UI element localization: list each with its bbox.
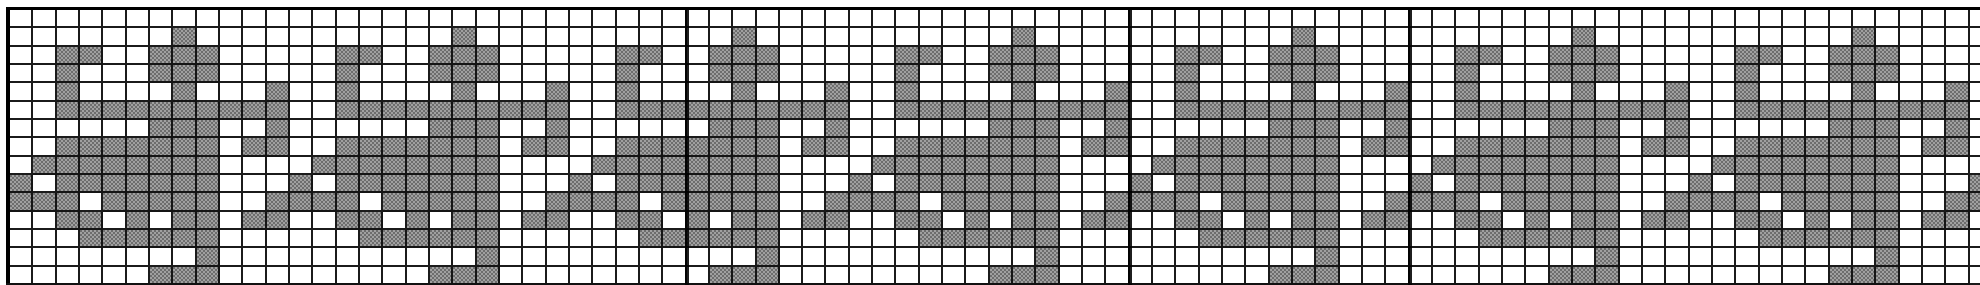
- grid-cell: [337, 230, 360, 248]
- filled-cell: [943, 175, 966, 193]
- filled-cell: [1923, 212, 1946, 230]
- filled-cell: [1550, 157, 1573, 175]
- filled-cell: [1083, 212, 1106, 230]
- grid-cell: [500, 157, 523, 175]
- filled-cell: [1270, 230, 1293, 248]
- grid-cell: [1923, 157, 1946, 175]
- grid-cell: [1550, 10, 1573, 28]
- grid-cell: [1690, 47, 1713, 65]
- filled-cell: [1596, 248, 1619, 266]
- filled-cell: [920, 212, 943, 230]
- filled-cell: [920, 175, 943, 193]
- filled-cell: [710, 102, 733, 120]
- filled-cell: [687, 157, 710, 175]
- grid-cell: [1876, 10, 1899, 28]
- grid-cell: [337, 28, 360, 46]
- grid-cell: [173, 248, 196, 266]
- filled-cell: [33, 157, 56, 175]
- grid-cell: [290, 28, 313, 46]
- grid-cell: [1200, 193, 1223, 211]
- filled-cell: [943, 102, 966, 120]
- filled-cell: [1853, 212, 1876, 230]
- grid-cell: [1783, 120, 1806, 138]
- filled-cell: [1783, 193, 1806, 211]
- filled-cell: [920, 47, 943, 65]
- grid-cell: [990, 212, 1013, 230]
- filled-cell: [80, 175, 103, 193]
- grid-cell: [1340, 138, 1363, 156]
- filled-cell: [1480, 230, 1503, 248]
- filled-cell: [1596, 138, 1619, 156]
- filled-cell: [1573, 193, 1596, 211]
- filled-cell: [990, 157, 1013, 175]
- grid-cell: [1456, 230, 1479, 248]
- grid-cell: [1620, 248, 1643, 266]
- grid-cell: [1410, 10, 1433, 28]
- filled-cell: [127, 193, 150, 211]
- grid-cell: [407, 47, 430, 65]
- grid-cell: [873, 248, 896, 266]
- grid-cell: [593, 230, 616, 248]
- filled-cell: [1363, 212, 1386, 230]
- filled-cell: [173, 230, 196, 248]
- grid-cell: [1083, 120, 1106, 138]
- filled-cell: [1456, 138, 1479, 156]
- filled-cell: [1456, 47, 1479, 65]
- filled-cell: [1130, 175, 1153, 193]
- filled-cell: [1316, 65, 1339, 83]
- grid-cell: [663, 248, 686, 266]
- filled-cell: [1316, 102, 1339, 120]
- filled-cell: [430, 120, 453, 138]
- grid-cell: [290, 230, 313, 248]
- filled-cell: [1526, 102, 1549, 120]
- grid-cell: [1620, 157, 1643, 175]
- grid-cell: [477, 10, 500, 28]
- filled-cell: [407, 175, 430, 193]
- filled-cell: [477, 248, 500, 266]
- filled-cell: [453, 65, 476, 83]
- grid-cell: [1386, 47, 1409, 65]
- filled-cell: [1573, 175, 1596, 193]
- filled-cell: [477, 47, 500, 65]
- filled-cell: [57, 212, 80, 230]
- filled-cell: [1503, 175, 1526, 193]
- filled-cell: [1386, 83, 1409, 101]
- filled-cell: [407, 138, 430, 156]
- filled-cell: [803, 212, 826, 230]
- filled-cell: [1060, 102, 1083, 120]
- grid-cell: [966, 83, 989, 101]
- grid-cell: [290, 10, 313, 28]
- grid-cell: [1946, 65, 1969, 83]
- grid-cell: [1270, 212, 1293, 230]
- grid-cell: [1666, 248, 1689, 266]
- grid-cell: [1690, 157, 1713, 175]
- filled-cell: [1106, 102, 1129, 120]
- grid-cell: [80, 120, 103, 138]
- grid-cell: [1713, 175, 1736, 193]
- grid-cell: [243, 175, 266, 193]
- filled-cell: [1876, 212, 1899, 230]
- grid-cell: [943, 65, 966, 83]
- filled-cell: [1830, 120, 1853, 138]
- filled-cell: [197, 47, 220, 65]
- grid-cell: [290, 83, 313, 101]
- grid-cell: [687, 65, 710, 83]
- grid-cell: [570, 10, 593, 28]
- filled-cell: [1736, 102, 1759, 120]
- grid-cell: [803, 120, 826, 138]
- grid-cell: [733, 248, 756, 266]
- grid-cell: [1363, 120, 1386, 138]
- grid-cell: [687, 10, 710, 28]
- grid-cell: [1433, 102, 1456, 120]
- grid-cell: [1596, 28, 1619, 46]
- grid-cell: [500, 175, 523, 193]
- filled-cell: [826, 120, 849, 138]
- grid-cell: [1363, 28, 1386, 46]
- grid-cell: [1806, 120, 1829, 138]
- grid-cell: [1340, 157, 1363, 175]
- grid-cell: [1503, 47, 1526, 65]
- grid-cell: [1853, 248, 1876, 266]
- grid-cell: [243, 120, 266, 138]
- grid-cell: [80, 28, 103, 46]
- grid-cell: [920, 193, 943, 211]
- filled-cell: [1410, 193, 1433, 211]
- filled-cell: [453, 157, 476, 175]
- grid-cell: [1480, 65, 1503, 83]
- grid-cell: [570, 102, 593, 120]
- filled-cell: [757, 193, 780, 211]
- filled-cell: [1480, 138, 1503, 156]
- filled-cell: [1526, 230, 1549, 248]
- filled-cell: [1013, 28, 1036, 46]
- filled-cell: [1573, 230, 1596, 248]
- filled-cell: [1480, 175, 1503, 193]
- filled-cell: [640, 47, 663, 65]
- filled-cell: [1106, 212, 1129, 230]
- grid-cell: [803, 175, 826, 193]
- grid-cell: [617, 230, 640, 248]
- filled-cell: [1036, 102, 1059, 120]
- filled-cell: [990, 102, 1013, 120]
- grid-cell: [687, 83, 710, 101]
- grid-cell: [1036, 28, 1059, 46]
- filled-cell: [407, 157, 430, 175]
- grid-cell: [243, 230, 266, 248]
- grid-cell: [920, 120, 943, 138]
- filled-cell: [733, 175, 756, 193]
- grid-cell: [1246, 120, 1269, 138]
- grid-cell: [873, 10, 896, 28]
- filled-cell: [477, 193, 500, 211]
- grid-cell: [1503, 120, 1526, 138]
- grid-cell: [547, 248, 570, 266]
- grid-cell: [1666, 28, 1689, 46]
- grid-cell: [127, 47, 150, 65]
- filled-cell: [1386, 193, 1409, 211]
- grid-cell: [1060, 10, 1083, 28]
- grid-cell: [33, 248, 56, 266]
- filled-cell: [1946, 120, 1969, 138]
- filled-cell: [896, 83, 919, 101]
- grid-cell: [1363, 175, 1386, 193]
- grid-cell: [873, 175, 896, 193]
- filled-cell: [1876, 193, 1899, 211]
- filled-cell: [966, 138, 989, 156]
- filled-cell: [687, 102, 710, 120]
- filled-cell: [1946, 138, 1969, 156]
- repeat-separator-line: [1128, 7, 1132, 285]
- grid-cell: [1760, 65, 1783, 83]
- filled-cell: [896, 102, 919, 120]
- grid-cell: [500, 230, 523, 248]
- grid-cell: [1643, 47, 1666, 65]
- grid-cell: [1106, 248, 1129, 266]
- grid-cell: [1760, 10, 1783, 28]
- filled-cell: [1736, 193, 1759, 211]
- grid-cell: [1153, 10, 1176, 28]
- grid-cell: [383, 47, 406, 65]
- grid-cell: [826, 65, 849, 83]
- grid-cell: [1503, 248, 1526, 266]
- filled-cell: [1806, 102, 1829, 120]
- grid-cell: [1760, 28, 1783, 46]
- filled-cell: [733, 230, 756, 248]
- grid-cell: [80, 193, 103, 211]
- filled-cell: [243, 212, 266, 230]
- grid-cell: [80, 10, 103, 28]
- grid-cell: [1713, 47, 1736, 65]
- grid-cell: [1666, 175, 1689, 193]
- grid-cell: [1340, 47, 1363, 65]
- grid-cell: [500, 10, 523, 28]
- grid-cell: [1410, 157, 1433, 175]
- grid-cell: [710, 212, 733, 230]
- filled-cell: [710, 193, 733, 211]
- grid-cell: [220, 248, 243, 266]
- grid-cell: [1200, 248, 1223, 266]
- grid-cell: [267, 230, 290, 248]
- grid-cell: [290, 102, 313, 120]
- grid-cell: [966, 120, 989, 138]
- grid-cell: [1270, 248, 1293, 266]
- filled-cell: [593, 193, 616, 211]
- grid-cell: [1013, 10, 1036, 28]
- grid-cell: [1153, 102, 1176, 120]
- grid-cell: [1503, 83, 1526, 101]
- grid-cell: [1363, 10, 1386, 28]
- grid-cell: [523, 10, 546, 28]
- filled-cell: [453, 230, 476, 248]
- filled-cell: [663, 138, 686, 156]
- grid-cell: [1130, 138, 1153, 156]
- filled-cell: [150, 65, 173, 83]
- filled-cell: [1830, 230, 1853, 248]
- filled-cell: [757, 248, 780, 266]
- grid-cell: [943, 47, 966, 65]
- filled-cell: [1316, 230, 1339, 248]
- filled-cell: [1573, 138, 1596, 156]
- grid-cell: [1060, 47, 1083, 65]
- grid-cell: [1083, 157, 1106, 175]
- filled-cell: [920, 138, 943, 156]
- grid-cell: [1970, 138, 1980, 156]
- grid-cell: [1970, 65, 1980, 83]
- grid-cell: [1830, 83, 1853, 101]
- grid-cell: [1550, 83, 1573, 101]
- grid-cell: [780, 28, 803, 46]
- filled-cell: [80, 138, 103, 156]
- grid-cell: [826, 157, 849, 175]
- grid-cell: [360, 28, 383, 46]
- grid-cell: [430, 212, 453, 230]
- filled-cell: [523, 102, 546, 120]
- filled-cell: [1270, 102, 1293, 120]
- grid-cell: [360, 193, 383, 211]
- grid-cell: [1620, 193, 1643, 211]
- grid-cell: [617, 10, 640, 28]
- grid-cell: [663, 47, 686, 65]
- filled-cell: [197, 157, 220, 175]
- grid-cell: [1783, 28, 1806, 46]
- grid-cell: [920, 83, 943, 101]
- grid-cell: [1106, 65, 1129, 83]
- grid-cell: [803, 10, 826, 28]
- grid-cell: [1620, 47, 1643, 65]
- grid-cell: [687, 120, 710, 138]
- grid-cell: [1316, 83, 1339, 101]
- filled-cell: [197, 193, 220, 211]
- grid-cell: [1410, 138, 1433, 156]
- grid-cell: [243, 193, 266, 211]
- grid-cell: [1153, 248, 1176, 266]
- grid-cell: [1970, 248, 1980, 266]
- grid-cell: [290, 248, 313, 266]
- filled-cell: [1013, 83, 1036, 101]
- filled-cell: [920, 157, 943, 175]
- filled-cell: [150, 230, 173, 248]
- grid-cell: [80, 83, 103, 101]
- grid-cell: [1923, 248, 1946, 266]
- grid-cell: [850, 28, 873, 46]
- filled-cell: [1853, 157, 1876, 175]
- filled-cell: [173, 157, 196, 175]
- filled-cell: [383, 102, 406, 120]
- grid-cell: [1083, 248, 1106, 266]
- filled-cell: [1550, 120, 1573, 138]
- grid-cell: [150, 248, 173, 266]
- filled-cell: [1666, 193, 1689, 211]
- filled-cell: [1246, 102, 1269, 120]
- filled-cell: [757, 65, 780, 83]
- filled-cell: [1036, 47, 1059, 65]
- grid-cell: [1200, 28, 1223, 46]
- grid-cell: [593, 138, 616, 156]
- grid-cell: [1900, 47, 1923, 65]
- grid-cell: [1153, 175, 1176, 193]
- grid-cell: [33, 28, 56, 46]
- filled-cell: [687, 230, 710, 248]
- grid-cell: [313, 230, 336, 248]
- grid-cell: [1713, 28, 1736, 46]
- filled-cell: [523, 212, 546, 230]
- filled-cell: [1806, 212, 1829, 230]
- filled-cell: [1596, 47, 1619, 65]
- grid-cell: [1690, 10, 1713, 28]
- filled-cell: [547, 138, 570, 156]
- grid-cell: [500, 212, 523, 230]
- grid-cell: [150, 10, 173, 28]
- filled-cell: [103, 102, 126, 120]
- filled-cell: [313, 157, 336, 175]
- grid-cell: [1083, 83, 1106, 101]
- grid-cell: [1363, 83, 1386, 101]
- filled-cell: [896, 157, 919, 175]
- grid-cell: [1433, 248, 1456, 266]
- filled-cell: [733, 65, 756, 83]
- filled-cell: [173, 175, 196, 193]
- filled-cell: [173, 83, 196, 101]
- grid-cell: [1223, 47, 1246, 65]
- filled-cell: [453, 28, 476, 46]
- filled-cell: [1223, 138, 1246, 156]
- grid-cell: [383, 120, 406, 138]
- grid-cell: [1106, 28, 1129, 46]
- filled-cell: [990, 47, 1013, 65]
- filled-cell: [360, 138, 383, 156]
- filled-cell: [80, 212, 103, 230]
- grid-cell: [1410, 248, 1433, 266]
- grid-cell: [663, 120, 686, 138]
- filled-cell: [57, 193, 80, 211]
- filled-cell: [1013, 212, 1036, 230]
- filled-cell: [617, 138, 640, 156]
- grid-cell: [523, 230, 546, 248]
- filled-cell: [640, 230, 663, 248]
- filled-cell: [337, 212, 360, 230]
- grid-cell: [523, 248, 546, 266]
- grid-cell: [1433, 120, 1456, 138]
- grid-cell: [1340, 230, 1363, 248]
- grid-cell: [10, 65, 33, 83]
- grid-cell: [593, 120, 616, 138]
- grid-cell: [1923, 28, 1946, 46]
- grid-cell: [1223, 83, 1246, 101]
- grid-cell: [243, 10, 266, 28]
- grid-cell: [1013, 248, 1036, 266]
- grid-cell: [337, 248, 360, 266]
- filled-cell: [826, 212, 849, 230]
- filled-cell: [1806, 157, 1829, 175]
- grid-cell: [1083, 193, 1106, 211]
- grid-cell: [1410, 230, 1433, 248]
- grid-cell: [1130, 120, 1153, 138]
- grid-cell: [873, 47, 896, 65]
- grid-cell: [803, 65, 826, 83]
- grid-cell: [1433, 65, 1456, 83]
- grid-cell: [1176, 120, 1199, 138]
- grid-cell: [220, 120, 243, 138]
- grid-cell: [1806, 83, 1829, 101]
- filled-cell: [1293, 138, 1316, 156]
- grid-cell: [197, 28, 220, 46]
- grid-cell: [780, 10, 803, 28]
- filled-cell: [430, 175, 453, 193]
- grid-cell: [80, 248, 103, 266]
